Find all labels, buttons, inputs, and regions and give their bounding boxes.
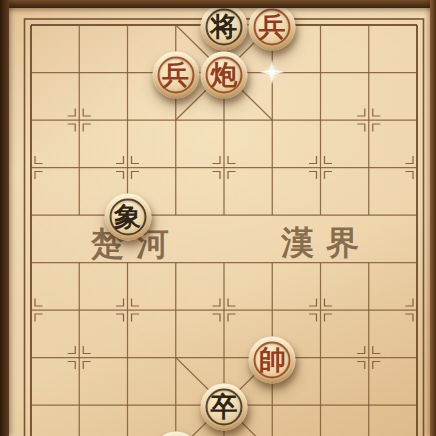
river-label-han-jie: 漢界 [281,221,371,266]
piece-red-cannon[interactable]: 炮 [201,51,248,98]
piece-red-soldier-2[interactable]: 兵 [152,51,199,98]
piece-glyph: 象 [104,194,151,241]
board-frame-left [0,0,9,436]
piece-glyph: 兵 [249,4,296,51]
sparkle-icon [256,56,288,88]
piece-red-general[interactable]: 帥 [249,336,296,383]
piece-glyph: 卒 [201,384,248,431]
piece-glyph: 将 [201,4,248,51]
xiangqi-app-screen: 楚河 漢界 将兵兵炮象帥卒 [0,0,436,436]
piece-glyph: 帥 [249,336,296,383]
piece-glyph: 兵 [152,51,199,98]
piece-black-elephant[interactable]: 象 [104,194,151,241]
board-frame-right [430,0,436,436]
board-frame-top [0,0,436,8]
piece-partial-piece[interactable] [152,431,199,436]
piece-black-soldier[interactable]: 卒 [201,384,248,431]
piece-red-soldier-1[interactable]: 兵 [249,4,296,51]
piece-black-general[interactable]: 将 [201,4,248,51]
piece-glyph: 炮 [201,51,248,98]
piece-glyph [152,431,199,436]
